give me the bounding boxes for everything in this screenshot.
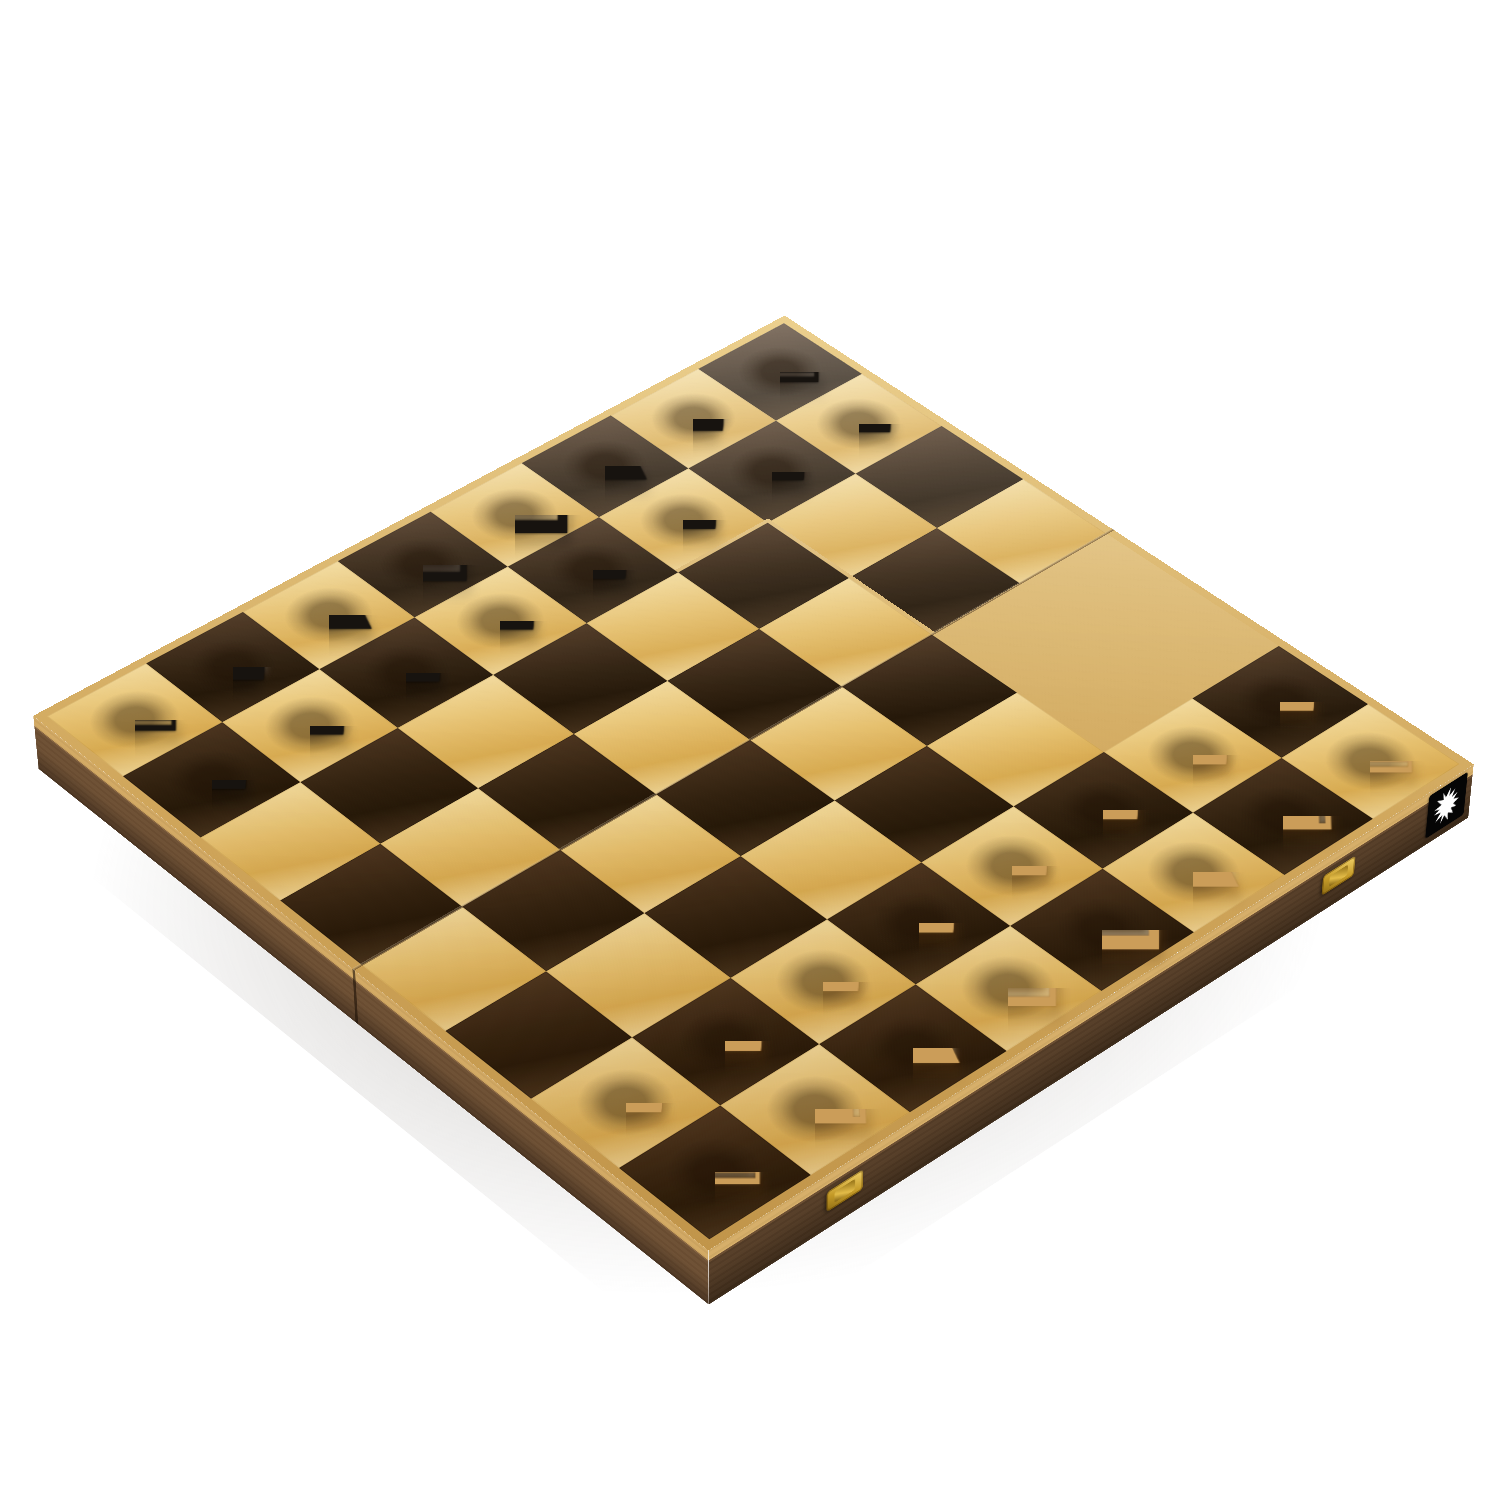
board-grid: ♜♟♟♜♞♟♟♞♝♟♟♝♚♟♟♚♛♟♟♛♝♟♟♝♞♟♟♞♜♟♟♜ (47, 323, 1459, 1239)
chess-board-3d: ♜♟♟♜♞♟♟♞♝♟♟♝♚♟♟♚♛♟♟♛♝♟♟♝♞♟♟♞♜♟♟♜ (33, 316, 1474, 1251)
scene-3d: ♜♟♟♜♞♟♟♞♝♟♟♝♚♟♟♚♛♟♟♛♝♟♟♝♞♟♟♞♜♟♟♜ (0, 0, 1500, 1500)
product-photo-scene: ♜♟♟♜♞♟♟♞♝♟♟♝♚♟♟♚♛♟♟♛♝♟♟♝♞♟♟♞♜♟♟♜ (0, 0, 1500, 1500)
board-surface: ♜♟♟♜♞♟♟♞♝♟♟♝♚♟♟♚♛♟♟♛♝♟♟♝♞♟♟♞♜♟♟♜ (33, 316, 1474, 1251)
